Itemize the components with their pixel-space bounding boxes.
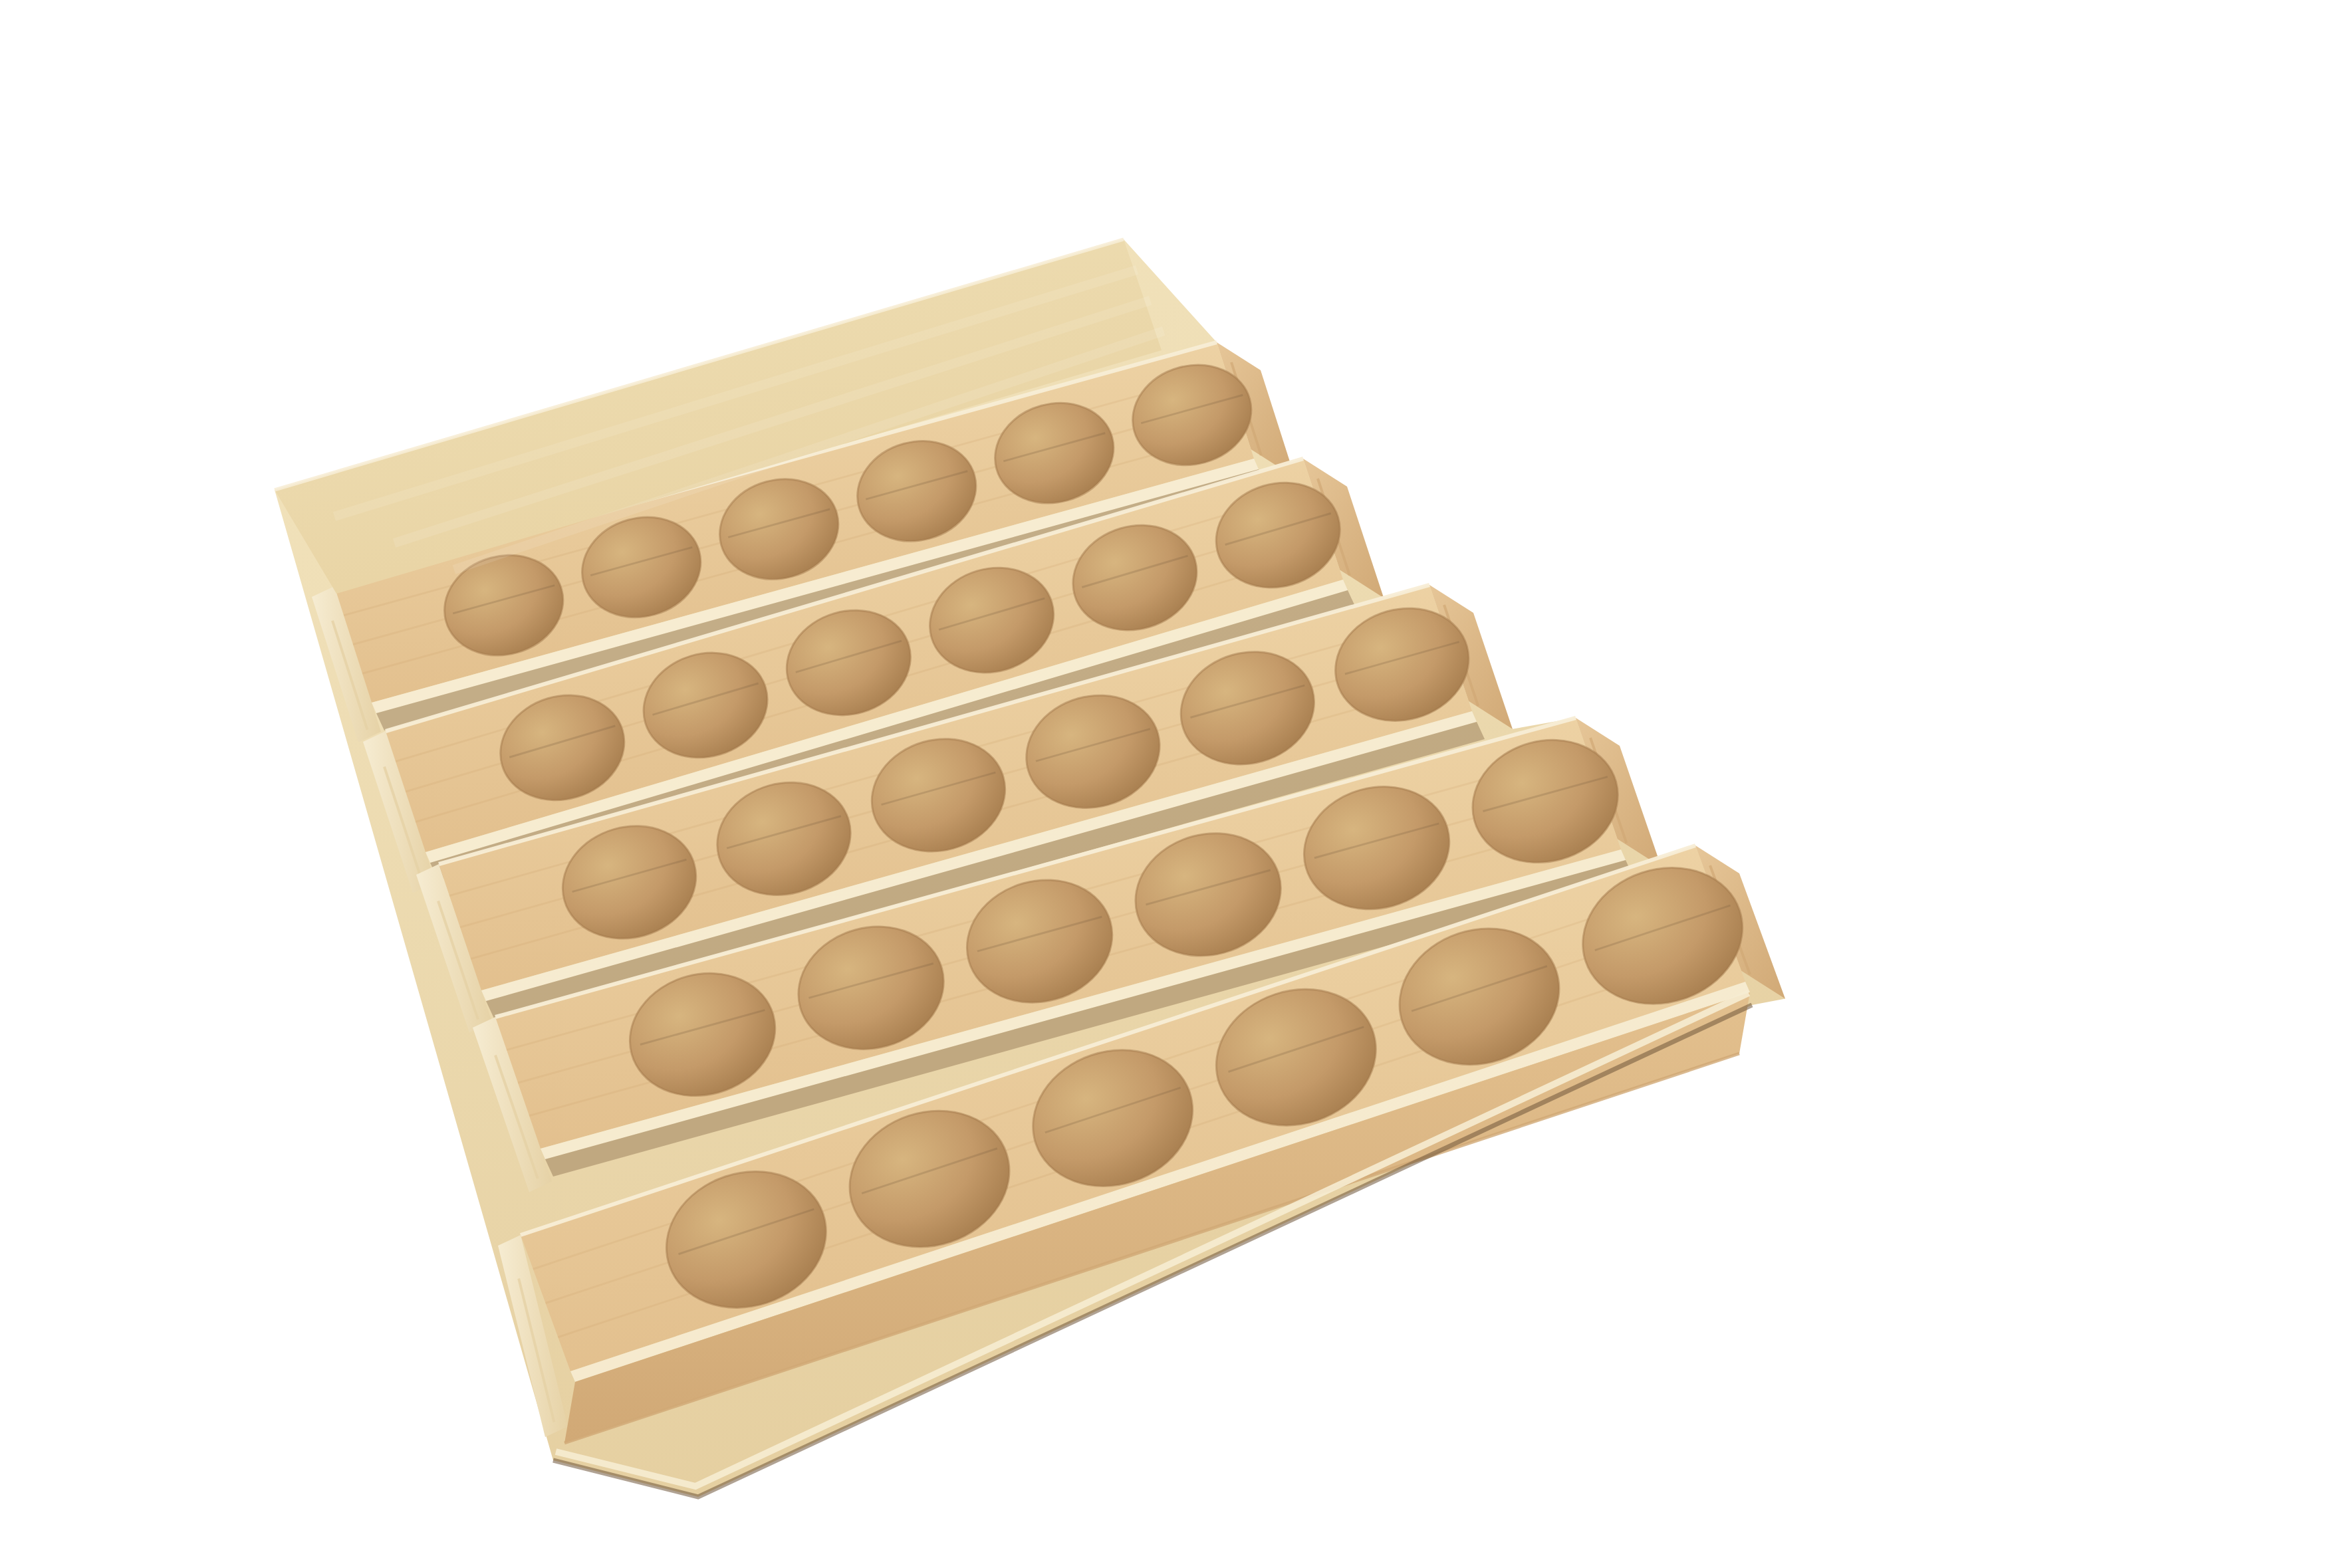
product-photo-canvas <box>0 0 2349 1568</box>
rack-photo-svg <box>0 0 2349 1568</box>
